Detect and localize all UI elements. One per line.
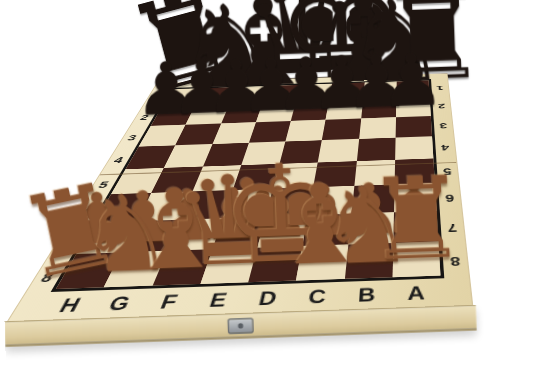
square-d3 <box>285 120 325 142</box>
rank-label: 7 <box>440 213 465 245</box>
rank-label: 1 <box>431 80 449 98</box>
square-b2: ♟ <box>361 98 396 118</box>
square-b7: ♟ <box>348 212 394 244</box>
square-e3 <box>249 121 291 143</box>
square-g6 <box>137 192 192 221</box>
square-b1: ♞ <box>363 81 397 99</box>
square-b3 <box>359 117 396 139</box>
square-c8: ♝ <box>296 244 348 280</box>
square-b4 <box>356 137 395 161</box>
square-c4 <box>318 139 359 163</box>
square-e4 <box>241 141 285 165</box>
square-d6 <box>266 187 314 216</box>
rank-label: 4 <box>435 137 456 161</box>
square-a1: ♜ <box>396 80 429 98</box>
square-d2: ♟ <box>291 101 329 121</box>
square-a2: ♟ <box>396 97 431 117</box>
square-b6 <box>351 185 394 214</box>
square-e6 <box>223 189 273 218</box>
rank-label: 5 <box>436 159 458 185</box>
square-a4 <box>395 136 433 160</box>
square-h2: ♟ <box>151 106 195 126</box>
chess-board: 12345678 12345678 HGFEDCBA ♜♞♝♛♚♝♞♜♟♟♟♟♟… <box>8 74 472 321</box>
file-label: D <box>240 285 295 313</box>
square-a7: ♟ <box>393 211 438 243</box>
square-a3 <box>395 116 432 138</box>
board-front-edge <box>4 305 476 347</box>
square-d4 <box>279 140 322 164</box>
file-label: B <box>341 282 392 310</box>
rank-label: 8 <box>442 245 469 281</box>
photo-stage: 12345678 12345678 HGFEDCBA ♜♞♝♛♚♝♞♜♟♟♟♟♟… <box>0 0 560 381</box>
square-d7: ♟ <box>257 215 308 247</box>
square-c1: ♝ <box>329 83 364 101</box>
square-c3 <box>322 118 361 140</box>
square-d1: ♚ <box>296 84 333 102</box>
square-a8: ♜ <box>392 241 440 277</box>
square-d8: ♚ <box>248 246 302 282</box>
rank-label: 2 <box>432 97 451 117</box>
square-c6 <box>308 186 354 215</box>
square-e1: ♛ <box>262 85 300 103</box>
rank-label: 3 <box>433 116 453 137</box>
square-c2: ♟ <box>326 100 363 120</box>
perspective-scene: 12345678 12345678 HGFEDCBA ♜♞♝♛♚♝♞♜♟♟♟♟♟… <box>0 0 560 381</box>
file-label: G <box>88 290 150 318</box>
square-b8: ♞ <box>344 243 393 279</box>
file-label: C <box>291 284 344 312</box>
file-label: A <box>392 280 443 307</box>
board-grid: ♜♞♝♛♚♝♞♜♟♟♟♟♟♟♟♟♟♟♟♟♟♟♟♟♜♞♝♛♚♝♞♜ <box>56 80 440 289</box>
clasp-latch-icon <box>227 318 253 334</box>
square-e2: ♟ <box>256 102 296 122</box>
file-label: E <box>190 287 247 315</box>
square-a6 <box>394 183 437 212</box>
square-c7: ♟ <box>303 214 351 246</box>
file-label: H <box>38 292 102 320</box>
rank-label: 6 <box>438 185 462 214</box>
piece-black-r-h1: ♜ <box>115 0 211 115</box>
